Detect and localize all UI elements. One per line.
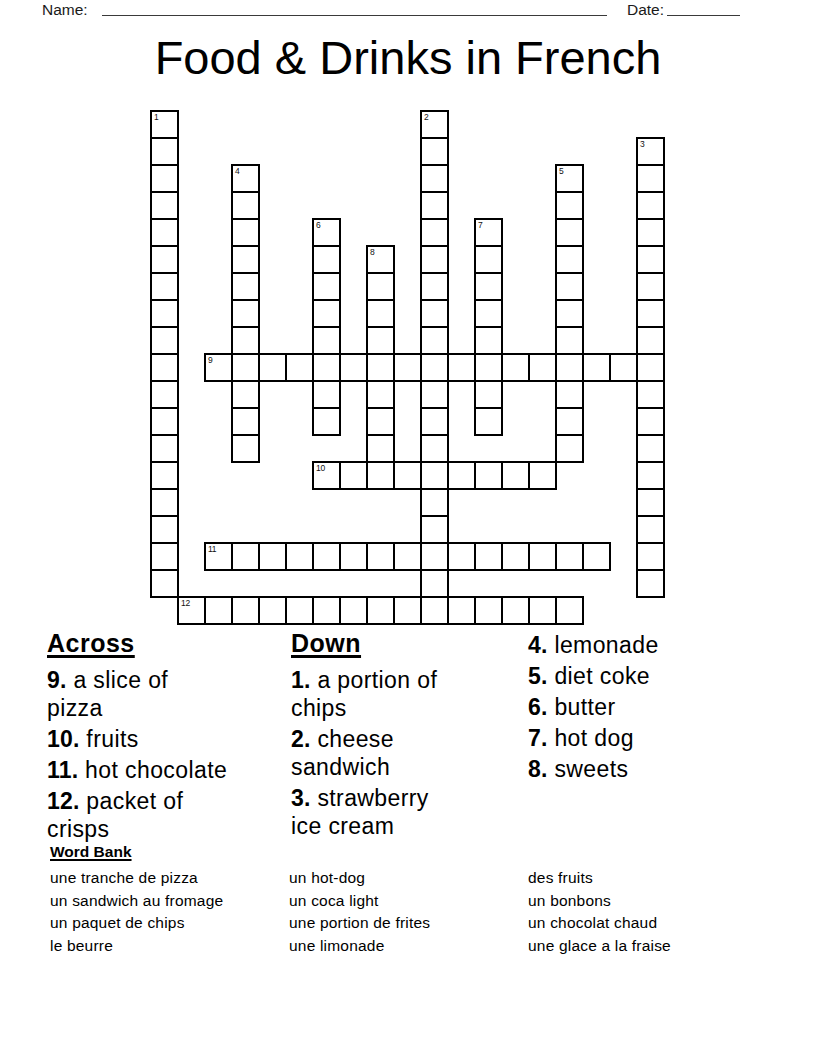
grid-cell-r9c10[interactable] — [420, 353, 449, 382]
grid-cell-r13c6[interactable]: 10 — [312, 461, 341, 490]
grid-cell-r6c10[interactable] — [420, 272, 449, 301]
grid-cell-r9c5[interactable] — [285, 353, 314, 382]
grid-cell-r6c8[interactable] — [366, 272, 395, 301]
grid-cell-r9c18[interactable] — [636, 353, 665, 382]
grid-cell-r7c0[interactable] — [150, 299, 179, 328]
grid-cell-r16c18[interactable] — [636, 542, 665, 571]
grid-cell-r15c10[interactable] — [420, 515, 449, 544]
grid-cell-r6c12[interactable] — [474, 272, 503, 301]
grid-cell-r18c11[interactable] — [447, 596, 476, 625]
grid-cell-r11c15[interactable] — [555, 407, 584, 436]
grid-cell-r10c0[interactable] — [150, 380, 179, 409]
grid-cell-r13c0[interactable] — [150, 461, 179, 490]
grid-cell-r18c6[interactable] — [312, 596, 341, 625]
clue-number-9: 9 — [208, 355, 212, 365]
clue-4: 4. lemonade — [528, 631, 798, 659]
grid-cell-r12c15[interactable] — [555, 434, 584, 463]
clue-number-6: 6 — [316, 220, 320, 230]
grid-cell-r10c12[interactable] — [474, 380, 503, 409]
grid-cell-r6c0[interactable] — [150, 272, 179, 301]
grid-cell-r11c10[interactable] — [420, 407, 449, 436]
clue-2: 2. cheesesandwich — [291, 725, 529, 781]
grid-cell-r11c12[interactable] — [474, 407, 503, 436]
grid-cell-r16c13[interactable] — [501, 542, 530, 571]
grid-cell-r16c8[interactable] — [366, 542, 395, 571]
clue-11: 11. hot chocolate — [47, 756, 285, 784]
grid-cell-r14c0[interactable] — [150, 488, 179, 517]
grid-cell-r16c14[interactable] — [528, 542, 557, 571]
grid-cell-r18c3[interactable] — [231, 596, 260, 625]
grid-cell-r11c0[interactable] — [150, 407, 179, 436]
word-bank-item: un paquet de chips — [50, 912, 223, 935]
grid-cell-r13c14[interactable] — [528, 461, 557, 490]
clue-line: ice cream — [291, 812, 529, 840]
grid-cell-r7c15[interactable] — [555, 299, 584, 328]
grid-cell-r14c18[interactable] — [636, 488, 665, 517]
word-bank-column-2: un hot-dogun coca lightune portion de fr… — [289, 867, 430, 957]
grid-cell-r18c14[interactable] — [528, 596, 557, 625]
down-clues-column: Down 1. a portion ofchips2. cheesesandwi… — [291, 629, 529, 843]
grid-cell-r18c2[interactable] — [204, 596, 233, 625]
clue-line: 9. a slice of — [47, 666, 285, 694]
grid-cell-r1c0[interactable] — [150, 137, 179, 166]
grid-cell-r8c18[interactable] — [636, 326, 665, 355]
grid-cell-r9c2[interactable]: 9 — [204, 353, 233, 382]
grid-cell-r2c18[interactable] — [636, 164, 665, 193]
date-label: Date: — [627, 1, 664, 19]
clue-line: 1. a portion of — [291, 666, 529, 694]
grid-cell-r3c3[interactable] — [231, 191, 260, 220]
clue-line: sandwich — [291, 753, 529, 781]
word-bank-item: un bonbons — [528, 890, 671, 913]
grid-cell-r10c6[interactable] — [312, 380, 341, 409]
grid-cell-r2c0[interactable] — [150, 164, 179, 193]
clue-line: 8. sweets — [528, 755, 798, 783]
clue-line: 12. packet of — [47, 787, 285, 815]
grid-cell-r7c3[interactable] — [231, 299, 260, 328]
grid-cell-r12c0[interactable] — [150, 434, 179, 463]
grid-cell-r17c0[interactable] — [150, 569, 179, 598]
clue-8: 8. sweets — [528, 755, 798, 783]
grid-cell-r11c3[interactable] — [231, 407, 260, 436]
grid-cell-r14c10[interactable] — [420, 488, 449, 517]
grid-cell-r5c18[interactable] — [636, 245, 665, 274]
grid-cell-r5c15[interactable] — [555, 245, 584, 274]
grid-cell-r8c3[interactable] — [231, 326, 260, 355]
down-clues-column-continued: 4. lemonade5. diet coke6. butter7. hot d… — [528, 631, 798, 786]
grid-cell-r8c10[interactable] — [420, 326, 449, 355]
grid-cell-r18c9[interactable] — [393, 596, 422, 625]
word-bank-item: une glace a la fraise — [528, 935, 671, 958]
grid-cell-r9c9[interactable] — [393, 353, 422, 382]
name-blank-line — [102, 0, 607, 16]
grid-cell-r7c12[interactable] — [474, 299, 503, 328]
date-blank-line — [667, 0, 740, 16]
across-heading: Across — [47, 629, 285, 658]
grid-cell-r5c6[interactable] — [312, 245, 341, 274]
grid-cell-r4c12[interactable]: 7 — [474, 218, 503, 247]
clue-5: 5. diet coke — [528, 662, 798, 690]
crossword-grid: 123456789101112 — [150, 110, 665, 625]
clue-10: 10. fruits — [47, 725, 285, 753]
clue-line: 5. diet coke — [528, 662, 798, 690]
page-title: Food & Drinks in French — [0, 30, 816, 85]
grid-cell-r3c10[interactable] — [420, 191, 449, 220]
grid-cell-r8c6[interactable] — [312, 326, 341, 355]
grid-cell-r5c10[interactable] — [420, 245, 449, 274]
grid-cell-r4c18[interactable] — [636, 218, 665, 247]
grid-cell-r9c14[interactable] — [528, 353, 557, 382]
grid-cell-r18c12[interactable] — [474, 596, 503, 625]
clue-number-2: 2 — [424, 112, 428, 122]
grid-cell-r5c8[interactable]: 8 — [366, 245, 395, 274]
across-clues-column: Across 9. a slice ofpizza10. fruits11. h… — [47, 629, 285, 846]
word-bank-item: des fruits — [528, 867, 671, 890]
grid-cell-r6c3[interactable] — [231, 272, 260, 301]
grid-cell-r0c10[interactable]: 2 — [420, 110, 449, 139]
grid-cell-r7c10[interactable] — [420, 299, 449, 328]
grid-cell-r18c7[interactable] — [339, 596, 368, 625]
grid-cell-r9c0[interactable] — [150, 353, 179, 382]
word-bank-item: un chocolat chaud — [528, 912, 671, 935]
grid-cell-r9c4[interactable] — [258, 353, 287, 382]
grid-cell-r13c18[interactable] — [636, 461, 665, 490]
word-bank-column-1: une tranche de pizzaun sandwich au froma… — [50, 867, 223, 957]
grid-cell-r9c3[interactable] — [231, 353, 260, 382]
grid-cell-r16c15[interactable] — [555, 542, 584, 571]
grid-cell-r9c11[interactable] — [447, 353, 476, 382]
grid-cell-r11c8[interactable] — [366, 407, 395, 436]
grid-cell-r18c8[interactable] — [366, 596, 395, 625]
grid-cell-r6c15[interactable] — [555, 272, 584, 301]
grid-cell-r12c18[interactable] — [636, 434, 665, 463]
grid-cell-r18c4[interactable] — [258, 596, 287, 625]
name-label: Name: — [42, 1, 88, 19]
grid-cell-r4c0[interactable] — [150, 218, 179, 247]
clue-number-7: 7 — [478, 220, 482, 230]
grid-cell-r13c10[interactable] — [420, 461, 449, 490]
grid-cell-r16c7[interactable] — [339, 542, 368, 571]
grid-cell-r10c15[interactable] — [555, 380, 584, 409]
grid-cell-r3c0[interactable] — [150, 191, 179, 220]
grid-cell-r9c6[interactable] — [312, 353, 341, 382]
grid-cell-r9c12[interactable] — [474, 353, 503, 382]
clue-line: 4. lemonade — [528, 631, 798, 659]
grid-cell-r16c2[interactable]: 11 — [204, 542, 233, 571]
clue-number-12: 12 — [181, 598, 190, 608]
grid-cell-r9c13[interactable] — [501, 353, 530, 382]
grid-cell-r6c18[interactable] — [636, 272, 665, 301]
grid-cell-r16c10[interactable] — [420, 542, 449, 571]
grid-cell-r10c8[interactable] — [366, 380, 395, 409]
clue-line: 7. hot dog — [528, 724, 798, 752]
word-bank-item: un coca light — [289, 890, 430, 913]
grid-cell-r9c8[interactable] — [366, 353, 395, 382]
word-bank-column-3: des fruitsun bonbonsun chocolat chaudune… — [528, 867, 671, 957]
word-bank-item: une portion de frites — [289, 912, 430, 935]
grid-cell-r2c3[interactable]: 4 — [231, 164, 260, 193]
grid-cell-r4c3[interactable] — [231, 218, 260, 247]
word-bank-item: un sandwich au fromage — [50, 890, 223, 913]
clue-line: crisps — [47, 815, 285, 843]
grid-cell-r12c3[interactable] — [231, 434, 260, 463]
grid-cell-r11c18[interactable] — [636, 407, 665, 436]
grid-cell-r8c8[interactable] — [366, 326, 395, 355]
clue-number-11: 11 — [208, 544, 216, 554]
grid-cell-r18c13[interactable] — [501, 596, 530, 625]
grid-cell-r16c3[interactable] — [231, 542, 260, 571]
grid-cell-r0c0[interactable]: 1 — [150, 110, 179, 139]
grid-cell-r5c0[interactable] — [150, 245, 179, 274]
grid-cell-r17c10[interactable] — [420, 569, 449, 598]
grid-cell-r18c5[interactable] — [285, 596, 314, 625]
grid-cell-r4c6[interactable]: 6 — [312, 218, 341, 247]
grid-cell-r2c15[interactable]: 5 — [555, 164, 584, 193]
grid-cell-r2c10[interactable] — [420, 164, 449, 193]
grid-cell-r15c18[interactable] — [636, 515, 665, 544]
grid-cell-r4c15[interactable] — [555, 218, 584, 247]
grid-cell-r12c10[interactable] — [420, 434, 449, 463]
across-clue-list: 9. a slice ofpizza10. fruits11. hot choc… — [47, 666, 285, 843]
grid-cell-r18c1[interactable]: 12 — [177, 596, 206, 625]
grid-cell-r12c8[interactable] — [366, 434, 395, 463]
clue-number-5: 5 — [559, 166, 563, 176]
clue-9: 9. a slice ofpizza — [47, 666, 285, 722]
grid-cell-r11c6[interactable] — [312, 407, 341, 436]
grid-cell-r9c17[interactable] — [609, 353, 638, 382]
down-clue-list: 1. a portion ofchips2. cheesesandwich3. … — [291, 666, 529, 840]
grid-cell-r13c7[interactable] — [339, 461, 368, 490]
grid-cell-r6c6[interactable] — [312, 272, 341, 301]
grid-cell-r8c0[interactable] — [150, 326, 179, 355]
grid-cell-r9c7[interactable] — [339, 353, 368, 382]
grid-cell-r1c10[interactable] — [420, 137, 449, 166]
grid-cell-r13c8[interactable] — [366, 461, 395, 490]
grid-cell-r3c15[interactable] — [555, 191, 584, 220]
grid-cell-r9c15[interactable] — [555, 353, 584, 382]
word-bank-item: une limonade — [289, 935, 430, 958]
grid-cell-r8c12[interactable] — [474, 326, 503, 355]
grid-cell-r7c18[interactable] — [636, 299, 665, 328]
clue-12: 12. packet ofcrisps — [47, 787, 285, 843]
clue-line: 10. fruits — [47, 725, 285, 753]
grid-cell-r13c13[interactable] — [501, 461, 530, 490]
grid-cell-r16c0[interactable] — [150, 542, 179, 571]
clue-line: 2. cheese — [291, 725, 529, 753]
down-clue-list-continued: 4. lemonade5. diet coke6. butter7. hot d… — [528, 631, 798, 783]
grid-cell-r16c9[interactable] — [393, 542, 422, 571]
clue-line: pizza — [47, 694, 285, 722]
grid-cell-r8c15[interactable] — [555, 326, 584, 355]
clue-1: 1. a portion ofchips — [291, 666, 529, 722]
grid-cell-r10c3[interactable] — [231, 380, 260, 409]
grid-cell-r5c12[interactable] — [474, 245, 503, 274]
grid-cell-r16c5[interactable] — [285, 542, 314, 571]
grid-cell-r10c10[interactable] — [420, 380, 449, 409]
grid-cell-r13c12[interactable] — [474, 461, 503, 490]
grid-cell-r10c18[interactable] — [636, 380, 665, 409]
clue-line: 11. hot chocolate — [47, 756, 285, 784]
clue-number-3: 3 — [640, 139, 644, 149]
grid-cell-r7c8[interactable] — [366, 299, 395, 328]
word-bank-item: une tranche de pizza — [50, 867, 223, 890]
clue-7: 7. hot dog — [528, 724, 798, 752]
grid-cell-r16c11[interactable] — [447, 542, 476, 571]
word-bank-item: un hot-dog — [289, 867, 430, 890]
clue-line: 6. butter — [528, 693, 798, 721]
word-bank-heading: Word Bank — [50, 843, 132, 861]
clue-number-4: 4 — [235, 166, 239, 176]
grid-cell-r1c18[interactable]: 3 — [636, 137, 665, 166]
grid-cell-r18c10[interactable] — [420, 596, 449, 625]
clue-6: 6. butter — [528, 693, 798, 721]
clue-line: chips — [291, 694, 529, 722]
grid-cell-r4c10[interactable] — [420, 218, 449, 247]
grid-cell-r5c3[interactable] — [231, 245, 260, 274]
clue-number-1: 1 — [154, 112, 158, 122]
grid-cell-r13c11[interactable] — [447, 461, 476, 490]
grid-cell-r13c9[interactable] — [393, 461, 422, 490]
down-heading: Down — [291, 629, 529, 658]
grid-cell-r16c6[interactable] — [312, 542, 341, 571]
clue-3: 3. strawberryice cream — [291, 784, 529, 840]
grid-cell-r3c18[interactable] — [636, 191, 665, 220]
clue-number-10: 10 — [316, 463, 325, 473]
clue-line: 3. strawberry — [291, 784, 529, 812]
word-bank-item: le beurre — [50, 935, 223, 958]
grid-cell-r18c15[interactable] — [555, 596, 584, 625]
grid-cell-r17c18[interactable] — [636, 569, 665, 598]
clue-number-8: 8 — [370, 247, 374, 257]
grid-cell-r16c12[interactable] — [474, 542, 503, 571]
grid-cell-r16c4[interactable] — [258, 542, 287, 571]
grid-cell-r9c16[interactable] — [582, 353, 611, 382]
grid-cell-r16c16[interactable] — [582, 542, 611, 571]
grid-cell-r7c6[interactable] — [312, 299, 341, 328]
grid-cell-r15c0[interactable] — [150, 515, 179, 544]
